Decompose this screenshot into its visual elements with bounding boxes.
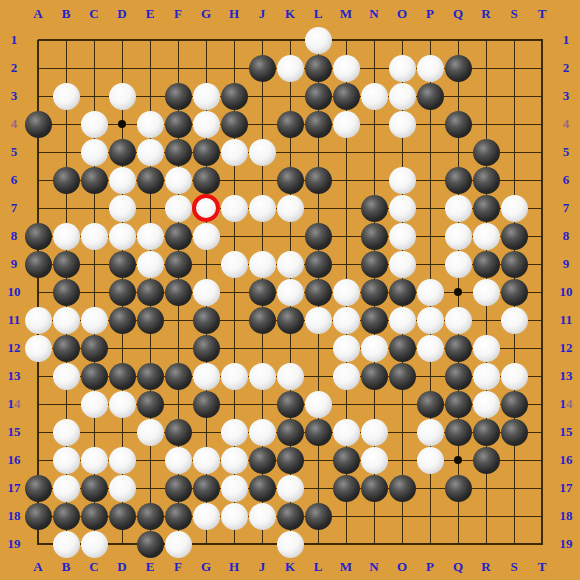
white-stone[interactable]	[361, 83, 388, 110]
goban[interactable]: AABBCCDDEEFFGGHHJJKKLLMMNNOOPPQQRRSSTT11…	[0, 0, 580, 580]
column-label-top: Q	[453, 6, 463, 22]
column-label-bottom: K	[285, 559, 295, 575]
row-label-right: 19	[560, 536, 573, 552]
black-stone[interactable]	[137, 167, 164, 194]
white-stone[interactable]	[221, 419, 248, 446]
row-label-right: 10	[560, 284, 573, 300]
black-stone[interactable]	[389, 475, 416, 502]
white-stone[interactable]	[53, 475, 80, 502]
column-label-top: E	[146, 6, 155, 22]
white-stone[interactable]	[473, 279, 500, 306]
black-stone[interactable]	[165, 111, 192, 138]
black-stone[interactable]	[305, 223, 332, 250]
black-stone[interactable]	[53, 167, 80, 194]
white-stone[interactable]	[277, 251, 304, 278]
row-label-left: 4	[11, 116, 18, 132]
row-label-left: 18	[8, 508, 21, 524]
white-stone[interactable]	[417, 419, 444, 446]
row-label-right: 13	[560, 368, 573, 384]
black-stone[interactable]	[445, 363, 472, 390]
black-stone[interactable]	[221, 83, 248, 110]
black-stone[interactable]	[361, 223, 388, 250]
black-stone[interactable]	[137, 531, 164, 558]
white-stone[interactable]	[333, 335, 360, 362]
grid-line-vertical	[541, 40, 543, 545]
white-stone[interactable]	[165, 195, 192, 222]
white-stone[interactable]	[221, 195, 248, 222]
last-move-marker	[192, 194, 220, 222]
column-label-top: L	[314, 6, 323, 22]
white-stone[interactable]	[53, 223, 80, 250]
black-stone[interactable]	[361, 307, 388, 334]
white-stone[interactable]	[249, 503, 276, 530]
white-stone[interactable]	[109, 391, 136, 418]
black-stone[interactable]	[25, 503, 52, 530]
row-label-left: 12	[8, 340, 21, 356]
black-stone[interactable]	[277, 391, 304, 418]
row-label-left: 17	[8, 480, 21, 496]
white-stone[interactable]	[305, 307, 332, 334]
white-stone[interactable]	[137, 419, 164, 446]
star-point	[454, 456, 462, 464]
black-stone[interactable]	[305, 167, 332, 194]
row-label-right: 3	[563, 88, 570, 104]
white-stone[interactable]	[249, 139, 276, 166]
star-point	[118, 120, 126, 128]
white-stone[interactable]	[109, 195, 136, 222]
row-label-left: 2	[11, 60, 18, 76]
row-label-left: 19	[8, 536, 21, 552]
column-label-top: G	[201, 6, 211, 22]
white-stone[interactable]	[109, 475, 136, 502]
white-stone[interactable]	[137, 251, 164, 278]
white-stone[interactable]	[389, 111, 416, 138]
white-stone[interactable]	[389, 83, 416, 110]
black-stone[interactable]	[81, 363, 108, 390]
column-label-top: J	[259, 6, 266, 22]
column-label-bottom: P	[426, 559, 434, 575]
column-label-bottom: A	[33, 559, 42, 575]
white-stone[interactable]	[193, 363, 220, 390]
black-stone[interactable]	[81, 167, 108, 194]
black-stone[interactable]	[417, 391, 444, 418]
white-stone[interactable]	[53, 363, 80, 390]
black-stone[interactable]	[25, 251, 52, 278]
row-label-right: 8	[563, 228, 570, 244]
white-stone[interactable]	[417, 447, 444, 474]
black-stone[interactable]	[25, 475, 52, 502]
black-stone[interactable]	[445, 111, 472, 138]
white-stone[interactable]	[81, 447, 108, 474]
black-stone[interactable]	[137, 391, 164, 418]
black-stone[interactable]	[277, 111, 304, 138]
column-label-bottom: S	[510, 559, 517, 575]
white-stone[interactable]	[81, 223, 108, 250]
black-stone[interactable]	[333, 83, 360, 110]
black-stone[interactable]	[109, 139, 136, 166]
black-stone[interactable]	[249, 279, 276, 306]
black-stone[interactable]	[53, 251, 80, 278]
black-stone[interactable]	[473, 419, 500, 446]
row-label-right: 15	[560, 424, 573, 440]
white-stone[interactable]	[109, 167, 136, 194]
white-stone[interactable]	[333, 419, 360, 446]
black-stone[interactable]	[445, 475, 472, 502]
column-label-top: T	[538, 6, 547, 22]
white-stone[interactable]	[53, 419, 80, 446]
white-stone[interactable]	[501, 363, 528, 390]
black-stone[interactable]	[193, 475, 220, 502]
black-stone[interactable]	[277, 307, 304, 334]
black-stone[interactable]	[137, 279, 164, 306]
black-stone[interactable]	[249, 307, 276, 334]
row-label-left: 14	[8, 396, 21, 412]
white-stone[interactable]	[445, 195, 472, 222]
white-stone[interactable]	[25, 307, 52, 334]
black-stone[interactable]	[165, 251, 192, 278]
black-stone[interactable]	[305, 279, 332, 306]
white-stone[interactable]	[417, 307, 444, 334]
white-stone[interactable]	[305, 391, 332, 418]
white-stone[interactable]	[389, 307, 416, 334]
white-stone[interactable]	[165, 531, 192, 558]
black-stone[interactable]	[305, 111, 332, 138]
column-label-bottom: G	[201, 559, 211, 575]
black-stone[interactable]	[165, 363, 192, 390]
black-stone[interactable]	[25, 223, 52, 250]
black-stone[interactable]	[473, 139, 500, 166]
white-stone[interactable]	[81, 139, 108, 166]
column-label-top: A	[33, 6, 42, 22]
column-label-top: D	[117, 6, 126, 22]
black-stone[interactable]	[473, 251, 500, 278]
black-stone[interactable]	[389, 363, 416, 390]
column-label-bottom: T	[538, 559, 547, 575]
white-stone[interactable]	[305, 27, 332, 54]
column-label-top: O	[397, 6, 407, 22]
black-stone[interactable]	[361, 195, 388, 222]
black-stone[interactable]	[361, 475, 388, 502]
row-label-right: 7	[563, 200, 570, 216]
black-stone[interactable]	[361, 363, 388, 390]
white-stone[interactable]	[109, 83, 136, 110]
column-label-top: B	[62, 6, 71, 22]
white-stone[interactable]	[333, 111, 360, 138]
row-label-right: 16	[560, 452, 573, 468]
row-label-left: 9	[11, 256, 18, 272]
white-stone[interactable]	[501, 195, 528, 222]
black-stone[interactable]	[165, 503, 192, 530]
white-stone[interactable]	[389, 55, 416, 82]
white-stone[interactable]	[249, 363, 276, 390]
white-stone[interactable]	[277, 195, 304, 222]
white-stone[interactable]	[221, 475, 248, 502]
black-stone[interactable]	[165, 223, 192, 250]
black-stone[interactable]	[277, 447, 304, 474]
black-stone[interactable]	[361, 279, 388, 306]
black-stone[interactable]	[249, 475, 276, 502]
white-stone[interactable]	[193, 83, 220, 110]
white-stone[interactable]	[193, 111, 220, 138]
white-stone[interactable]	[137, 111, 164, 138]
column-label-top: C	[89, 6, 98, 22]
column-label-bottom: E	[146, 559, 155, 575]
black-stone[interactable]	[81, 503, 108, 530]
row-label-right: 9	[563, 256, 570, 272]
white-stone[interactable]	[473, 335, 500, 362]
black-stone[interactable]	[501, 223, 528, 250]
white-stone[interactable]	[53, 83, 80, 110]
row-label-left: 11	[8, 312, 20, 328]
white-stone[interactable]	[361, 419, 388, 446]
white-stone[interactable]	[249, 251, 276, 278]
column-label-top: F	[174, 6, 182, 22]
black-stone[interactable]	[137, 503, 164, 530]
row-label-left: 10	[8, 284, 21, 300]
row-label-right: 2	[563, 60, 570, 76]
column-label-bottom: Q	[453, 559, 463, 575]
white-stone[interactable]	[473, 391, 500, 418]
black-stone[interactable]	[53, 335, 80, 362]
black-stone[interactable]	[445, 419, 472, 446]
black-stone[interactable]	[473, 195, 500, 222]
black-stone[interactable]	[305, 419, 332, 446]
black-stone[interactable]	[473, 447, 500, 474]
white-stone[interactable]	[445, 251, 472, 278]
black-stone[interactable]	[305, 503, 332, 530]
row-label-right: 18	[560, 508, 573, 524]
black-stone[interactable]	[501, 419, 528, 446]
white-stone[interactable]	[277, 363, 304, 390]
column-label-top: N	[369, 6, 378, 22]
black-stone[interactable]	[137, 363, 164, 390]
column-label-top: M	[340, 6, 352, 22]
black-stone[interactable]	[193, 167, 220, 194]
white-stone[interactable]	[53, 447, 80, 474]
row-label-right: 5	[563, 144, 570, 160]
black-stone[interactable]	[165, 419, 192, 446]
black-stone[interactable]	[109, 251, 136, 278]
white-stone[interactable]	[333, 363, 360, 390]
black-stone[interactable]	[109, 503, 136, 530]
row-label-left: 5	[11, 144, 18, 160]
white-stone[interactable]	[333, 55, 360, 82]
column-label-bottom: D	[117, 559, 126, 575]
white-stone[interactable]	[165, 167, 192, 194]
black-stone[interactable]	[277, 419, 304, 446]
white-stone[interactable]	[361, 335, 388, 362]
white-stone[interactable]	[109, 447, 136, 474]
black-stone[interactable]	[193, 139, 220, 166]
row-label-left: 8	[11, 228, 18, 244]
black-stone[interactable]	[501, 391, 528, 418]
black-stone[interactable]	[193, 391, 220, 418]
white-stone[interactable]	[333, 307, 360, 334]
white-stone[interactable]	[417, 335, 444, 362]
column-label-bottom: M	[340, 559, 352, 575]
black-stone[interactable]	[277, 167, 304, 194]
white-stone[interactable]	[221, 139, 248, 166]
white-stone[interactable]	[221, 503, 248, 530]
black-stone[interactable]	[501, 251, 528, 278]
black-stone[interactable]	[445, 391, 472, 418]
black-stone[interactable]	[81, 475, 108, 502]
row-label-right: 11	[560, 312, 572, 328]
white-stone[interactable]	[389, 251, 416, 278]
black-stone[interactable]	[53, 503, 80, 530]
white-stone[interactable]	[417, 279, 444, 306]
column-label-bottom: H	[229, 559, 239, 575]
row-label-left: 13	[8, 368, 21, 384]
white-stone[interactable]	[445, 223, 472, 250]
white-stone[interactable]	[389, 167, 416, 194]
white-stone[interactable]	[81, 111, 108, 138]
black-stone[interactable]	[333, 475, 360, 502]
white-stone[interactable]	[109, 223, 136, 250]
white-stone[interactable]	[221, 363, 248, 390]
white-stone[interactable]	[473, 363, 500, 390]
row-label-left: 7	[11, 200, 18, 216]
white-stone[interactable]	[193, 503, 220, 530]
column-label-top: P	[426, 6, 434, 22]
column-label-top: K	[285, 6, 295, 22]
black-stone[interactable]	[25, 111, 52, 138]
row-label-left: 16	[8, 452, 21, 468]
white-stone[interactable]	[277, 279, 304, 306]
black-stone[interactable]	[165, 279, 192, 306]
white-stone[interactable]	[333, 279, 360, 306]
white-stone[interactable]	[277, 475, 304, 502]
black-stone[interactable]	[305, 83, 332, 110]
white-stone[interactable]	[137, 223, 164, 250]
white-stone[interactable]	[81, 531, 108, 558]
white-stone[interactable]	[389, 195, 416, 222]
black-stone[interactable]	[501, 279, 528, 306]
white-stone[interactable]	[221, 251, 248, 278]
white-stone[interactable]	[277, 531, 304, 558]
black-stone[interactable]	[445, 335, 472, 362]
column-label-bottom: J	[259, 559, 266, 575]
black-stone[interactable]	[137, 307, 164, 334]
black-stone[interactable]	[193, 307, 220, 334]
row-label-right: 1	[563, 32, 570, 48]
black-stone[interactable]	[193, 335, 220, 362]
black-stone[interactable]	[473, 167, 500, 194]
column-label-bottom: N	[369, 559, 378, 575]
black-stone[interactable]	[249, 447, 276, 474]
black-stone[interactable]	[361, 251, 388, 278]
white-stone[interactable]	[53, 307, 80, 334]
white-stone[interactable]	[193, 223, 220, 250]
white-stone[interactable]	[249, 195, 276, 222]
white-stone[interactable]	[473, 223, 500, 250]
column-label-top: S	[510, 6, 517, 22]
column-label-top: R	[481, 6, 490, 22]
white-stone[interactable]	[53, 531, 80, 558]
row-label-left: 15	[8, 424, 21, 440]
column-label-bottom: L	[314, 559, 323, 575]
white-stone[interactable]	[277, 55, 304, 82]
row-label-right: 12	[560, 340, 573, 356]
row-label-left: 1	[11, 32, 18, 48]
column-label-bottom: F	[174, 559, 182, 575]
black-stone[interactable]	[333, 447, 360, 474]
black-stone[interactable]	[445, 167, 472, 194]
black-stone[interactable]	[81, 335, 108, 362]
white-stone[interactable]	[81, 307, 108, 334]
column-label-bottom: C	[89, 559, 98, 575]
black-stone[interactable]	[53, 279, 80, 306]
black-stone[interactable]	[249, 55, 276, 82]
row-label-right: 14	[560, 396, 573, 412]
black-stone[interactable]	[305, 251, 332, 278]
row-label-right: 17	[560, 480, 573, 496]
black-stone[interactable]	[165, 139, 192, 166]
column-label-top: H	[229, 6, 239, 22]
black-stone[interactable]	[109, 279, 136, 306]
black-stone[interactable]	[389, 279, 416, 306]
white-stone[interactable]	[193, 279, 220, 306]
white-stone[interactable]	[389, 223, 416, 250]
white-stone[interactable]	[193, 447, 220, 474]
column-label-bottom: R	[481, 559, 490, 575]
white-stone[interactable]	[165, 447, 192, 474]
white-stone[interactable]	[81, 391, 108, 418]
column-label-bottom: B	[62, 559, 71, 575]
black-stone[interactable]	[165, 83, 192, 110]
star-point	[454, 288, 462, 296]
white-stone[interactable]	[361, 447, 388, 474]
black-stone[interactable]	[109, 363, 136, 390]
black-stone[interactable]	[109, 307, 136, 334]
white-stone[interactable]	[501, 307, 528, 334]
black-stone[interactable]	[445, 55, 472, 82]
white-stone[interactable]	[249, 419, 276, 446]
row-label-right: 6	[563, 172, 570, 188]
white-stone[interactable]	[221, 447, 248, 474]
black-stone[interactable]	[277, 503, 304, 530]
black-stone[interactable]	[417, 83, 444, 110]
black-stone[interactable]	[389, 335, 416, 362]
black-stone[interactable]	[165, 475, 192, 502]
white-stone[interactable]	[445, 307, 472, 334]
row-label-left: 3	[11, 88, 18, 104]
white-stone[interactable]	[137, 139, 164, 166]
row-label-right: 4	[563, 116, 570, 132]
row-label-left: 6	[11, 172, 18, 188]
column-label-bottom: O	[397, 559, 407, 575]
white-stone[interactable]	[417, 55, 444, 82]
white-stone[interactable]	[25, 335, 52, 362]
black-stone[interactable]	[305, 55, 332, 82]
black-stone[interactable]	[221, 111, 248, 138]
